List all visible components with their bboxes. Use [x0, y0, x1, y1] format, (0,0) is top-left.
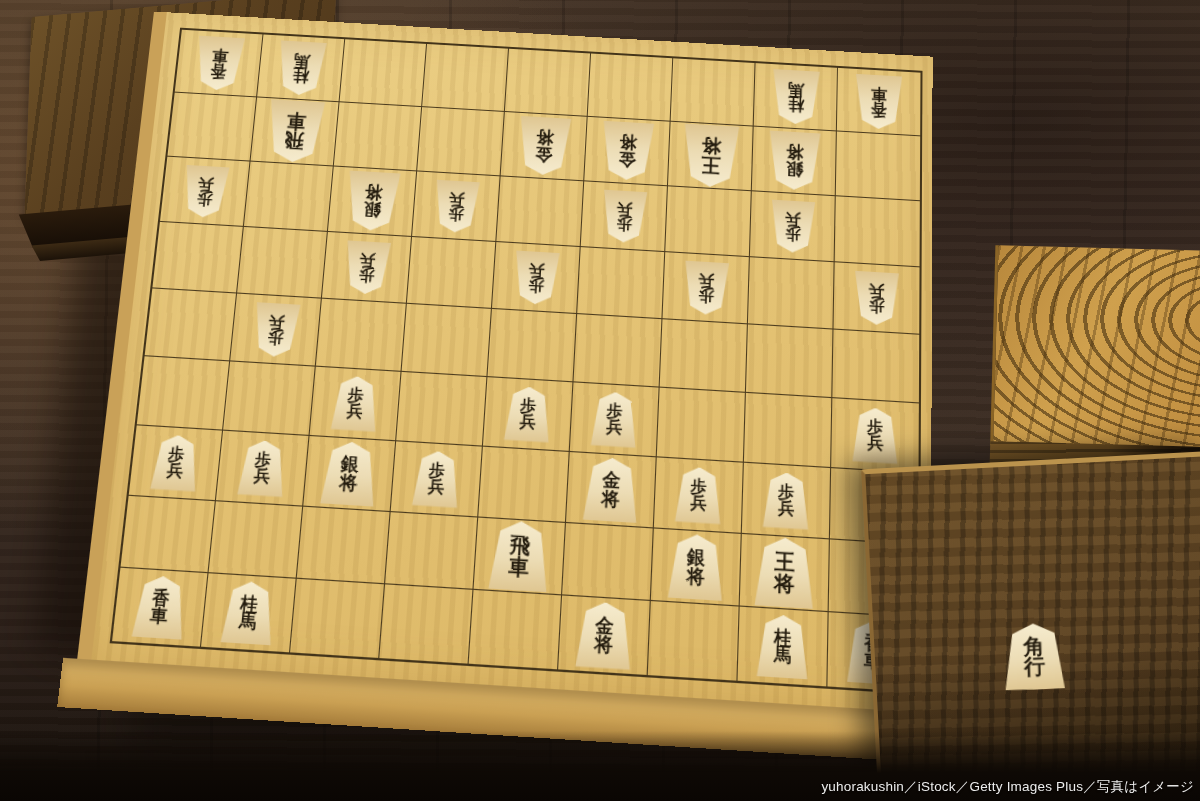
- shogi-piece-gote[interactable]: 歩兵: [853, 270, 899, 325]
- piece-kanji: 行: [1024, 656, 1046, 677]
- board-cell[interactable]: [588, 54, 674, 122]
- piece-kanji: 車: [285, 113, 306, 132]
- board-cell[interactable]: 歩兵: [662, 252, 749, 324]
- board-cell[interactable]: 銀将: [752, 127, 837, 197]
- piece-kanji: 将: [785, 144, 803, 161]
- shogi-piece-gote[interactable]: 香車: [854, 73, 903, 130]
- board-cell[interactable]: [167, 93, 257, 162]
- watermark-credit: yuhorakushin／iStock／Getty Images Plus／写真…: [821, 778, 1194, 796]
- board-cell[interactable]: 飛車: [250, 97, 339, 166]
- piece-kanji: 銀: [362, 201, 381, 219]
- piece-kanji: 将: [535, 129, 553, 146]
- piece-kanji: 車: [149, 606, 168, 625]
- board-cell[interactable]: [573, 314, 662, 388]
- board-cell[interactable]: [746, 324, 834, 398]
- board-cell[interactable]: 歩兵: [750, 191, 836, 262]
- board-cell[interactable]: 金将: [584, 117, 670, 186]
- shogi-piece-sente[interactable]: 歩兵: [674, 466, 723, 525]
- shogi-piece-sente[interactable]: 王将: [753, 536, 815, 609]
- piece-kanji: 兵: [606, 419, 623, 436]
- board-cell[interactable]: [334, 102, 422, 171]
- board-cell[interactable]: [748, 257, 835, 329]
- board-cell[interactable]: 歩兵: [570, 382, 660, 457]
- board-cell[interactable]: 金将: [558, 595, 651, 675]
- piece-kanji: 将: [364, 184, 383, 202]
- piece-kanji: 車: [508, 555, 530, 577]
- board-cell[interactable]: [469, 590, 562, 669]
- board-cell[interactable]: 香車: [175, 30, 264, 98]
- board-cell[interactable]: [340, 39, 428, 107]
- board-cell[interactable]: 歩兵: [831, 398, 919, 473]
- board-cell[interactable]: [120, 496, 215, 573]
- piece-kanji: 兵: [869, 282, 885, 298]
- piece-kanji: 兵: [519, 413, 536, 429]
- shogi-piece-gote[interactable]: 銀将: [343, 170, 401, 231]
- piece-kanji: 金: [534, 145, 552, 162]
- board-cell[interactable]: 銀将: [651, 529, 742, 607]
- piece-kanji: 兵: [427, 478, 444, 495]
- board-cell[interactable]: 歩兵: [483, 377, 574, 452]
- board-cell[interactable]: 歩兵: [129, 425, 223, 501]
- board-cell[interactable]: [648, 601, 740, 681]
- piece-kanji: 将: [686, 566, 705, 585]
- piece-kanji: 馬: [293, 52, 310, 68]
- table-surface: 角行 香車桂馬桂馬香車飛車金将金将王将銀将歩兵銀将歩兵歩兵歩兵歩兵歩兵歩兵歩兵歩…: [0, 0, 1200, 801]
- ash-wood-block-top: [990, 245, 1200, 451]
- piece-kanji: 馬: [774, 646, 792, 665]
- shogi-piece-sente[interactable]: 桂馬: [219, 580, 277, 645]
- piece-kanji: 将: [601, 489, 620, 508]
- piece-kanji: 兵: [253, 467, 270, 484]
- board-cell[interactable]: [208, 501, 303, 579]
- board-cell[interactable]: 銀将: [303, 436, 396, 512]
- board-cell[interactable]: 歩兵: [654, 457, 744, 534]
- shogi-piece-sente[interactable]: 歩兵: [762, 471, 810, 530]
- board-cell[interactable]: [478, 447, 570, 523]
- board-slab: 香車桂馬桂馬香車飛車金将金将王将銀将歩兵銀将歩兵歩兵歩兵歩兵歩兵歩兵歩兵歩兵歩兵…: [77, 11, 932, 713]
- board-cell[interactable]: [316, 299, 407, 372]
- board-cell[interactable]: [244, 162, 334, 232]
- board-cell[interactable]: 金将: [566, 452, 657, 528]
- shogi-piece-gote[interactable]: 歩兵: [682, 260, 729, 315]
- board-cell[interactable]: 桂馬: [257, 34, 345, 102]
- board-cell[interactable]: 銀将: [328, 167, 417, 237]
- shogi-piece-sente[interactable]: 歩兵: [236, 439, 288, 497]
- shogi-piece-gote[interactable]: 香車: [192, 35, 246, 91]
- board-cell[interactable]: 王将: [668, 122, 754, 192]
- board-cell[interactable]: 歩兵: [310, 367, 402, 442]
- piece-kanji: 兵: [448, 191, 464, 206]
- board-cell[interactable]: [660, 319, 748, 393]
- board-cell[interactable]: 香車: [112, 568, 208, 647]
- piece-kanji: 王: [700, 155, 720, 174]
- shogi-piece-gote[interactable]: 歩兵: [342, 240, 392, 295]
- shogi-piece-sente[interactable]: 金将: [582, 456, 640, 523]
- shogi-piece-gote[interactable]: 歩兵: [600, 189, 648, 243]
- board-cell[interactable]: [152, 222, 244, 294]
- board-cell[interactable]: 歩兵: [833, 262, 919, 334]
- piece-kanji: 将: [594, 634, 613, 654]
- board-cell[interactable]: [671, 58, 756, 126]
- board-cell[interactable]: [496, 176, 584, 247]
- board-cell[interactable]: 歩兵: [322, 232, 412, 304]
- piece-kanji: 兵: [785, 211, 801, 227]
- board-cell[interactable]: 王将: [740, 534, 830, 612]
- piece-kanji: 兵: [268, 314, 285, 330]
- shogi-piece-gote[interactable]: 飛車: [263, 99, 325, 164]
- board-cell[interactable]: [417, 107, 505, 176]
- board-cell[interactable]: [562, 523, 654, 601]
- board-cell[interactable]: [223, 361, 316, 436]
- board-cell[interactable]: [137, 356, 230, 430]
- shogi-piece-gote[interactable]: 桂馬: [274, 40, 327, 96]
- board-grid: 香車桂馬桂馬香車飛車金将金将王将銀将歩兵銀将歩兵歩兵歩兵歩兵歩兵歩兵歩兵歩兵歩兵…: [110, 28, 923, 695]
- board-cell[interactable]: 飛車: [473, 518, 565, 596]
- board-cell[interactable]: 歩兵: [412, 171, 501, 242]
- shogi-piece-sente[interactable]: 飛車: [487, 520, 551, 593]
- piece-kanji: 兵: [778, 500, 794, 517]
- board-cell[interactable]: [145, 288, 237, 361]
- board-cell[interactable]: [290, 579, 385, 658]
- board-cell[interactable]: 歩兵: [492, 242, 581, 314]
- board-cell[interactable]: 香車: [837, 68, 921, 136]
- board-cell[interactable]: [577, 247, 665, 319]
- board-cell[interactable]: [505, 49, 591, 117]
- board-cell[interactable]: [836, 131, 920, 201]
- board-cell[interactable]: 歩兵: [230, 294, 322, 367]
- board-cell[interactable]: [396, 372, 487, 447]
- piece-kanji: 将: [339, 473, 359, 492]
- piece-kanji: 兵: [528, 262, 544, 278]
- piece-kanji: 馬: [238, 612, 257, 631]
- piece-kanji: 兵: [698, 272, 714, 288]
- piece-kanji: 兵: [690, 494, 707, 511]
- piece-kanji: 将: [618, 134, 636, 151]
- piece-kanji: 銀: [785, 160, 803, 177]
- board-cell[interactable]: 桂馬: [201, 573, 297, 652]
- board-cell[interactable]: [835, 196, 920, 267]
- shogi-piece-gote[interactable]: 歩兵: [250, 302, 301, 358]
- piece-kanji: 金: [618, 150, 636, 167]
- piece-kanji: 兵: [616, 201, 632, 217]
- sente-hand-pieces: 角行: [1001, 622, 1066, 691]
- board-cell[interactable]: 桂馬: [738, 607, 829, 687]
- board-cell[interactable]: [744, 393, 832, 468]
- shogi-piece-sente[interactable]: 角行: [1002, 623, 1066, 691]
- board-cell[interactable]: [379, 584, 473, 663]
- shogi-piece-sente[interactable]: 歩兵: [330, 375, 381, 432]
- board-cell[interactable]: [665, 186, 752, 257]
- board-cell[interactable]: [407, 237, 496, 309]
- board-cell[interactable]: 歩兵: [742, 463, 831, 540]
- board-cell[interactable]: 歩兵: [391, 441, 483, 517]
- shogi-piece-gote[interactable]: 桂馬: [771, 68, 821, 124]
- shogi-piece-sente[interactable]: 桂馬: [756, 613, 810, 679]
- board-cell[interactable]: [237, 227, 328, 299]
- shogi-piece-gote[interactable]: 金将: [516, 116, 572, 177]
- shogi-piece-sente[interactable]: 歩兵: [503, 385, 553, 442]
- piece-kanji: 兵: [346, 403, 363, 419]
- board-cell[interactable]: 歩兵: [581, 181, 668, 252]
- piece-kanji: 兵: [166, 462, 184, 479]
- shogi-piece-gote[interactable]: 歩兵: [432, 179, 481, 233]
- shogi-piece-sente[interactable]: 歩兵: [590, 391, 639, 448]
- piece-kanji: 兵: [359, 252, 376, 268]
- piece-kanji: 将: [774, 572, 795, 594]
- piece-kanji: 車: [871, 86, 887, 102]
- shogi-piece-sente[interactable]: 銀将: [667, 533, 725, 601]
- piece-kanji: 兵: [197, 176, 214, 191]
- shogi-piece-sente[interactable]: 歩兵: [149, 434, 202, 492]
- shogi-piece-gote[interactable]: 歩兵: [180, 164, 230, 218]
- board-cell[interactable]: 歩兵: [216, 431, 310, 507]
- board-cell[interactable]: [422, 44, 509, 112]
- shogi-piece-gote[interactable]: 王将: [681, 123, 740, 188]
- shogi-piece-gote[interactable]: 歩兵: [769, 199, 815, 253]
- board-cell[interactable]: [385, 512, 478, 590]
- piece-kanji: 将: [701, 137, 721, 156]
- piece-kanji: 車: [211, 48, 229, 64]
- shogi-piece-gote[interactable]: 歩兵: [512, 250, 561, 305]
- shogi-piece-gote[interactable]: 銀将: [767, 130, 821, 191]
- board-cell[interactable]: 金将: [501, 112, 588, 181]
- board-cell[interactable]: [832, 330, 919, 404]
- shogi-piece-gote[interactable]: 金将: [599, 121, 655, 182]
- shogi-piece-sente[interactable]: 銀将: [319, 440, 379, 506]
- piece-kanji: 兵: [867, 435, 883, 452]
- piece-kanji: 飛: [283, 131, 304, 150]
- shogi-piece-sente[interactable]: 歩兵: [851, 406, 898, 464]
- board-cell[interactable]: [657, 388, 746, 463]
- board-cell[interactable]: [402, 304, 492, 377]
- shogi-piece-sente[interactable]: 歩兵: [411, 450, 462, 508]
- board-cell[interactable]: [487, 309, 577, 382]
- board-cell[interactable]: 歩兵: [160, 157, 251, 227]
- shogi-board: 香車桂馬桂馬香車飛車金将金将王将銀将歩兵銀将歩兵歩兵歩兵歩兵歩兵歩兵歩兵歩兵歩兵…: [71, 11, 932, 762]
- shogi-piece-sente[interactable]: 金将: [574, 600, 634, 669]
- board-cell[interactable]: 桂馬: [754, 63, 838, 131]
- piece-kanji: 馬: [787, 81, 803, 97]
- shogi-piece-sente[interactable]: 香車: [131, 575, 190, 640]
- board-cell[interactable]: [297, 507, 391, 585]
